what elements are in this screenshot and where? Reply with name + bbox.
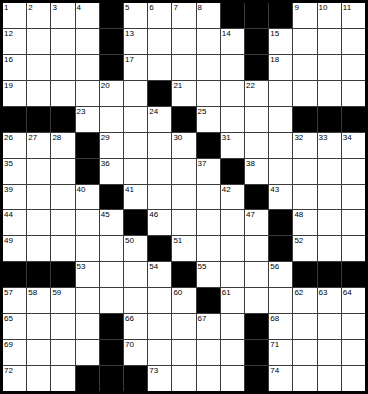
cell-r2c1[interactable]: 12: [3, 29, 26, 54]
cell-r5c6[interactable]: [124, 107, 147, 132]
cell-r14c2[interactable]: [27, 340, 50, 365]
cell-r1c6[interactable]: 5: [124, 3, 147, 28]
cell-r7c1[interactable]: 35: [3, 159, 26, 184]
cell-r15c7[interactable]: 73: [148, 366, 171, 391]
clue-number-22: 22: [246, 81, 255, 90]
black-cell-r3c5: [100, 55, 123, 80]
clue-number-36: 36: [101, 159, 110, 168]
clue-number-50: 50: [125, 236, 134, 245]
cell-r11c7[interactable]: 54: [148, 262, 171, 287]
cell-r12c8[interactable]: 60: [172, 288, 195, 313]
clue-number-45: 45: [101, 210, 110, 219]
clue-number-15: 15: [270, 29, 279, 38]
cell-r13c13[interactable]: [293, 314, 316, 339]
clue-number-62: 62: [294, 288, 303, 297]
clue-number-63: 63: [319, 288, 328, 297]
cell-r5c9[interactable]: 25: [197, 107, 220, 132]
clue-number-31: 31: [222, 133, 231, 142]
cell-r2c8[interactable]: [172, 29, 195, 54]
cell-r2c3[interactable]: [51, 29, 74, 54]
cell-r5c11[interactable]: [245, 107, 268, 132]
cell-r3c6[interactable]: 17: [124, 55, 147, 80]
black-cell-r11c2: [27, 262, 50, 287]
cell-r15c12[interactable]: 74: [269, 366, 292, 391]
cell-r8c6[interactable]: 41: [124, 185, 147, 210]
cell-r1c13[interactable]: 9: [293, 3, 316, 28]
cell-r7c12[interactable]: [269, 159, 292, 184]
cell-r1c4[interactable]: 4: [76, 3, 99, 28]
cell-r6c3[interactable]: 28: [51, 133, 74, 158]
black-cell-r7c10: [221, 159, 244, 184]
clue-number-39: 39: [4, 185, 13, 194]
clue-number-74: 74: [270, 366, 279, 375]
cell-r10c11[interactable]: [245, 236, 268, 261]
cell-r3c7[interactable]: [148, 55, 171, 80]
cell-r2c6[interactable]: 13: [124, 29, 147, 54]
cell-r10c2[interactable]: [27, 236, 50, 261]
cell-r3c12[interactable]: 18: [269, 55, 292, 80]
black-cell-r2c5: [100, 29, 123, 54]
black-cell-r7c4: [76, 159, 99, 184]
cell-r12c15[interactable]: 64: [342, 288, 365, 313]
clue-number-55: 55: [198, 262, 207, 271]
cell-r10c8[interactable]: 51: [172, 236, 195, 261]
clue-number-47: 47: [246, 210, 255, 219]
cell-r6c14[interactable]: 33: [318, 133, 341, 158]
cell-r2c4[interactable]: [76, 29, 99, 54]
clue-number-23: 23: [77, 107, 86, 116]
black-cell-r6c9: [197, 133, 220, 158]
black-cell-r5c14: [318, 107, 341, 132]
crossword-grid: 1234567891011121314151617181920212223242…: [0, 0, 368, 394]
cell-r14c1[interactable]: 69: [3, 340, 26, 365]
cell-r4c3[interactable]: [51, 81, 74, 106]
cell-r3c8[interactable]: [172, 55, 195, 80]
cell-r1c14[interactable]: 10: [318, 3, 341, 28]
black-cell-r5c3: [51, 107, 74, 132]
cell-r13c8[interactable]: [172, 314, 195, 339]
cell-r15c15[interactable]: [342, 366, 365, 391]
black-cell-r5c1: [3, 107, 26, 132]
clue-number-71: 71: [270, 340, 279, 349]
cell-r1c8[interactable]: 7: [172, 3, 195, 28]
clue-number-3: 3: [52, 3, 56, 12]
cell-r13c6[interactable]: 66: [124, 314, 147, 339]
cell-r7c13[interactable]: [293, 159, 316, 184]
cell-r5c10[interactable]: [221, 107, 244, 132]
cell-r8c13[interactable]: [293, 185, 316, 210]
cell-r3c9[interactable]: [197, 55, 220, 80]
cell-r12c3[interactable]: 59: [51, 288, 74, 313]
clue-number-67: 67: [198, 314, 207, 323]
cell-r15c8[interactable]: [172, 366, 195, 391]
cell-r8c1[interactable]: 39: [3, 185, 26, 210]
cell-r11c5[interactable]: [100, 262, 123, 287]
cell-r10c6[interactable]: 50: [124, 236, 147, 261]
clue-number-60: 60: [173, 288, 182, 297]
cell-r7c6[interactable]: [124, 159, 147, 184]
clue-number-57: 57: [4, 288, 13, 297]
black-cell-r2c11: [245, 29, 268, 54]
clue-number-6: 6: [149, 3, 153, 12]
cell-r15c13[interactable]: [293, 366, 316, 391]
cell-r5c5[interactable]: [100, 107, 123, 132]
clue-number-17: 17: [125, 55, 134, 64]
black-cell-r15c11: [245, 366, 268, 391]
black-cell-r9c6: [124, 210, 147, 235]
cell-r11c9[interactable]: 55: [197, 262, 220, 287]
cell-r9c10[interactable]: [221, 210, 244, 235]
cell-r6c12[interactable]: [269, 133, 292, 158]
clue-number-27: 27: [28, 133, 37, 142]
cell-r4c13[interactable]: [293, 81, 316, 106]
cell-r8c14[interactable]: [318, 185, 341, 210]
clue-number-1: 1: [4, 3, 8, 12]
cell-r9c13[interactable]: 48: [293, 210, 316, 235]
cell-r9c5[interactable]: 45: [100, 210, 123, 235]
black-cell-r11c15: [342, 262, 365, 287]
cell-r15c10[interactable]: [221, 366, 244, 391]
cell-r4c9[interactable]: [197, 81, 220, 106]
cell-r10c3[interactable]: [51, 236, 74, 261]
clue-number-43: 43: [270, 185, 279, 194]
cell-r8c8[interactable]: [172, 185, 195, 210]
cell-r10c5[interactable]: [100, 236, 123, 261]
cell-r9c15[interactable]: [342, 210, 365, 235]
cell-r10c4[interactable]: [76, 236, 99, 261]
cell-r7c5[interactable]: 36: [100, 159, 123, 184]
black-cell-r11c8: [172, 262, 195, 287]
clue-number-33: 33: [319, 133, 328, 142]
clue-number-69: 69: [4, 340, 13, 349]
cell-r7c3[interactable]: [51, 159, 74, 184]
cell-r12c4[interactable]: [76, 288, 99, 313]
cell-r13c10[interactable]: [221, 314, 244, 339]
cell-r12c12[interactable]: [269, 288, 292, 313]
clue-number-35: 35: [4, 159, 13, 168]
cell-r2c12[interactable]: 15: [269, 29, 292, 54]
cell-r13c15[interactable]: [342, 314, 365, 339]
cell-r2c2[interactable]: [27, 29, 50, 54]
cell-r3c3[interactable]: [51, 55, 74, 80]
clue-number-64: 64: [343, 288, 352, 297]
black-cell-r13c5: [100, 314, 123, 339]
cell-r11c12[interactable]: 56: [269, 262, 292, 287]
cell-r6c11[interactable]: [245, 133, 268, 158]
cell-r9c11[interactable]: 47: [245, 210, 268, 235]
clue-number-49: 49: [4, 236, 13, 245]
cell-r9c1[interactable]: 44: [3, 210, 26, 235]
clue-number-48: 48: [294, 210, 303, 219]
cell-r1c3[interactable]: 3: [51, 3, 74, 28]
cell-r13c12[interactable]: 68: [269, 314, 292, 339]
clue-number-4: 4: [77, 3, 81, 12]
clue-number-20: 20: [101, 81, 110, 90]
cell-r11c10[interactable]: [221, 262, 244, 287]
clue-number-32: 32: [294, 133, 303, 142]
cell-r8c15[interactable]: [342, 185, 365, 210]
cell-r12c7[interactable]: [148, 288, 171, 313]
clue-number-44: 44: [4, 210, 13, 219]
black-cell-r12c9: [197, 288, 220, 313]
clue-number-13: 13: [125, 29, 134, 38]
clue-number-52: 52: [294, 236, 303, 245]
clue-number-53: 53: [77, 262, 86, 271]
cell-r13c9[interactable]: 67: [197, 314, 220, 339]
cell-r7c2[interactable]: [27, 159, 50, 184]
cell-r8c7[interactable]: [148, 185, 171, 210]
cell-r6c15[interactable]: 34: [342, 133, 365, 158]
black-cell-r3c11: [245, 55, 268, 80]
cell-r14c15[interactable]: [342, 340, 365, 365]
cell-r3c4[interactable]: [76, 55, 99, 80]
clue-number-30: 30: [173, 133, 182, 142]
cell-r6c1[interactable]: 26: [3, 133, 26, 158]
cell-r4c11[interactable]: 22: [245, 81, 268, 106]
cell-r4c8[interactable]: 21: [172, 81, 195, 106]
cell-r11c6[interactable]: [124, 262, 147, 287]
cell-r9c9[interactable]: [197, 210, 220, 235]
cell-r14c12[interactable]: 71: [269, 340, 292, 365]
clue-number-73: 73: [149, 366, 158, 375]
cell-r8c3[interactable]: [51, 185, 74, 210]
cell-r6c13[interactable]: 32: [293, 133, 316, 158]
cell-r10c13[interactable]: 52: [293, 236, 316, 261]
clue-number-58: 58: [28, 288, 37, 297]
clue-number-21: 21: [173, 81, 182, 90]
clue-number-19: 19: [4, 81, 13, 90]
black-cell-r11c14: [318, 262, 341, 287]
cell-r15c14[interactable]: [318, 366, 341, 391]
cell-r14c6[interactable]: 70: [124, 340, 147, 365]
black-cell-r15c5: [100, 366, 123, 391]
clue-number-11: 11: [343, 3, 351, 12]
cell-r9c4[interactable]: [76, 210, 99, 235]
cell-r15c9[interactable]: [197, 366, 220, 391]
clue-number-18: 18: [270, 55, 279, 64]
clue-number-8: 8: [198, 3, 202, 12]
cell-r8c4[interactable]: 40: [76, 185, 99, 210]
clue-number-68: 68: [270, 314, 279, 323]
clue-number-9: 9: [294, 3, 298, 12]
clue-number-2: 2: [28, 3, 32, 12]
black-cell-r5c2: [27, 107, 50, 132]
cell-r5c4[interactable]: 23: [76, 107, 99, 132]
cell-r4c2[interactable]: [27, 81, 50, 106]
cell-r13c7[interactable]: [148, 314, 171, 339]
cell-r4c5[interactable]: 20: [100, 81, 123, 106]
cell-r14c8[interactable]: [172, 340, 195, 365]
cell-r7c7[interactable]: [148, 159, 171, 184]
cell-r14c13[interactable]: [293, 340, 316, 365]
clue-number-37: 37: [198, 159, 207, 168]
cell-r3c10[interactable]: [221, 55, 244, 80]
clue-number-61: 61: [222, 288, 231, 297]
cell-r3c1[interactable]: 16: [3, 55, 26, 80]
cell-r7c15[interactable]: [342, 159, 365, 184]
black-cell-r10c7: [148, 236, 171, 261]
cell-r12c6[interactable]: [124, 288, 147, 313]
black-cell-r15c6: [124, 366, 147, 391]
cell-r5c7[interactable]: 24: [148, 107, 171, 132]
black-cell-r5c15: [342, 107, 365, 132]
cell-r12c5[interactable]: [100, 288, 123, 313]
cell-r14c9[interactable]: [197, 340, 220, 365]
cell-r14c7[interactable]: [148, 340, 171, 365]
cell-r7c11[interactable]: 38: [245, 159, 268, 184]
cell-r9c8[interactable]: [172, 210, 195, 235]
cell-r13c1[interactable]: 65: [3, 314, 26, 339]
clue-number-29: 29: [101, 133, 110, 142]
cell-r1c2[interactable]: 2: [27, 3, 50, 28]
cell-r2c15[interactable]: [342, 29, 365, 54]
cell-r15c2[interactable]: [27, 366, 50, 391]
cell-r1c1[interactable]: 1: [3, 3, 26, 28]
clue-number-26: 26: [4, 133, 13, 142]
cell-r12c14[interactable]: 63: [318, 288, 341, 313]
black-cell-r11c13: [293, 262, 316, 287]
black-cell-r1c5: [100, 3, 123, 28]
cell-r6c6[interactable]: [124, 133, 147, 158]
cell-r12c10[interactable]: 61: [221, 288, 244, 313]
black-cell-r11c1: [3, 262, 26, 287]
cell-r10c9[interactable]: [197, 236, 220, 261]
cell-r15c3[interactable]: [51, 366, 74, 391]
black-cell-r4c7: [148, 81, 171, 106]
black-cell-r13c11: [245, 314, 268, 339]
cell-r6c8[interactable]: 30: [172, 133, 195, 158]
cell-r4c10[interactable]: [221, 81, 244, 106]
cell-r10c10[interactable]: [221, 236, 244, 261]
black-cell-r6c4: [76, 133, 99, 158]
black-cell-r5c13: [293, 107, 316, 132]
cell-r12c2[interactable]: 58: [27, 288, 50, 313]
cell-r3c13[interactable]: [293, 55, 316, 80]
clue-number-70: 70: [125, 340, 134, 349]
cell-r7c14[interactable]: [318, 159, 341, 184]
cell-r13c14[interactable]: [318, 314, 341, 339]
cell-r9c14[interactable]: [318, 210, 341, 235]
cell-r11c4[interactable]: 53: [76, 262, 99, 287]
black-cell-r1c12: [269, 3, 292, 28]
cell-r7c8[interactable]: [172, 159, 195, 184]
cell-r6c7[interactable]: [148, 133, 171, 158]
cell-r12c1[interactable]: 57: [3, 288, 26, 313]
cell-r8c2[interactable]: [27, 185, 50, 210]
black-cell-r8c5: [100, 185, 123, 210]
clue-number-16: 16: [4, 55, 13, 64]
cell-r10c14[interactable]: [318, 236, 341, 261]
cell-r4c12[interactable]: [269, 81, 292, 106]
clue-number-40: 40: [77, 185, 86, 194]
clue-number-65: 65: [4, 314, 13, 323]
cell-r8c12[interactable]: 43: [269, 185, 292, 210]
clue-number-5: 5: [125, 3, 129, 12]
cell-r5c12[interactable]: [269, 107, 292, 132]
cell-r3c15[interactable]: [342, 55, 365, 80]
cell-r1c7[interactable]: 6: [148, 3, 171, 28]
cell-r11c11[interactable]: [245, 262, 268, 287]
black-cell-r9c12: [269, 210, 292, 235]
clue-number-25: 25: [198, 107, 207, 116]
clue-number-41: 41: [125, 185, 134, 194]
cell-r4c6[interactable]: [124, 81, 147, 106]
cell-r14c10[interactable]: [221, 340, 244, 365]
cell-r4c4[interactable]: [76, 81, 99, 106]
black-cell-r14c5: [100, 340, 123, 365]
clue-number-56: 56: [270, 262, 279, 271]
cell-r6c2[interactable]: 27: [27, 133, 50, 158]
black-cell-r1c11: [245, 3, 268, 28]
cell-r2c7[interactable]: [148, 29, 171, 54]
cell-r7c9[interactable]: 37: [197, 159, 220, 184]
black-cell-r10c12: [269, 236, 292, 261]
cell-r1c15[interactable]: 11: [342, 3, 365, 28]
black-cell-r1c10: [221, 3, 244, 28]
black-cell-r15c4: [76, 366, 99, 391]
cell-r14c4[interactable]: [76, 340, 99, 365]
clue-number-42: 42: [222, 185, 231, 194]
clue-number-24: 24: [149, 107, 158, 116]
clue-number-72: 72: [4, 366, 13, 375]
clue-number-46: 46: [149, 210, 158, 219]
cell-r4c15[interactable]: [342, 81, 365, 106]
cell-r13c4[interactable]: [76, 314, 99, 339]
cell-r2c10[interactable]: 14: [221, 29, 244, 54]
cell-r2c9[interactable]: [197, 29, 220, 54]
clue-number-12: 12: [4, 29, 13, 38]
cell-r9c7[interactable]: 46: [148, 210, 171, 235]
black-cell-r14c11: [245, 340, 268, 365]
clue-number-59: 59: [52, 288, 61, 297]
cell-r13c2[interactable]: [27, 314, 50, 339]
cell-r3c2[interactable]: [27, 55, 50, 80]
cell-r6c5[interactable]: 29: [100, 133, 123, 158]
cell-r14c14[interactable]: [318, 340, 341, 365]
cell-r2c14[interactable]: [318, 29, 341, 54]
clue-number-66: 66: [125, 314, 134, 323]
clue-number-34: 34: [343, 133, 352, 142]
cell-r12c13[interactable]: 62: [293, 288, 316, 313]
clue-number-7: 7: [173, 3, 177, 12]
cell-r8c10[interactable]: 42: [221, 185, 244, 210]
cell-r4c14[interactable]: [318, 81, 341, 106]
cell-r6c10[interactable]: 31: [221, 133, 244, 158]
black-cell-r8c11: [245, 185, 268, 210]
cell-r1c9[interactable]: 8: [197, 3, 220, 28]
cell-r3c14[interactable]: [318, 55, 341, 80]
clue-number-14: 14: [222, 29, 231, 38]
clue-number-10: 10: [319, 3, 328, 12]
cell-r10c15[interactable]: [342, 236, 365, 261]
cell-r12c11[interactable]: [245, 288, 268, 313]
cell-r9c3[interactable]: [51, 210, 74, 235]
black-cell-r11c3: [51, 262, 74, 287]
black-cell-r5c8: [172, 107, 195, 132]
cell-r2c13[interactable]: [293, 29, 316, 54]
cell-r10c1[interactable]: 49: [3, 236, 26, 261]
clue-number-28: 28: [52, 133, 61, 142]
cell-r9c2[interactable]: [27, 210, 50, 235]
cell-r14c3[interactable]: [51, 340, 74, 365]
clue-number-51: 51: [173, 236, 182, 245]
cell-r4c1[interactable]: 19: [3, 81, 26, 106]
clue-number-38: 38: [246, 159, 255, 168]
cell-r13c3[interactable]: [51, 314, 74, 339]
cell-r15c1[interactable]: 72: [3, 366, 26, 391]
clue-number-54: 54: [149, 262, 158, 271]
cell-r8c9[interactable]: [197, 185, 220, 210]
